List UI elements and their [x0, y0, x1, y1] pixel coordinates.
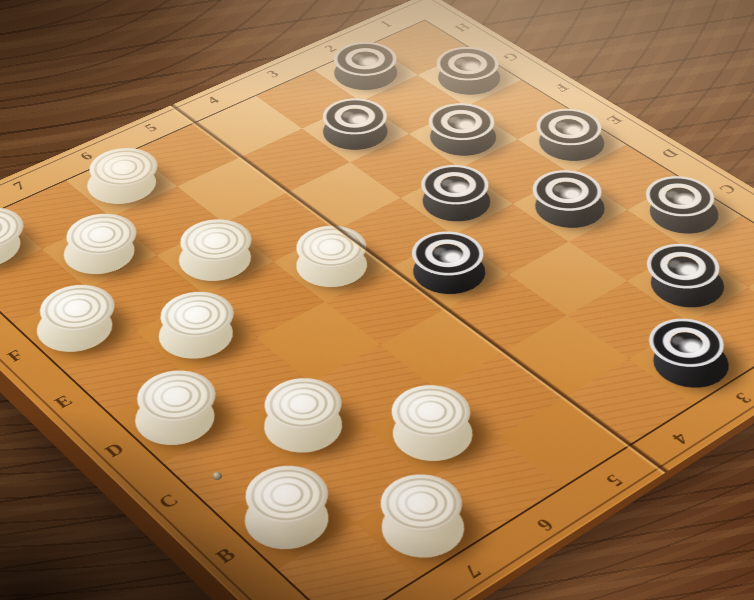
checkers-photo-scene: 87654321 87654321 HGFEDCBA HGFEDCBA [0, 0, 754, 600]
hinge-pin [212, 472, 222, 480]
